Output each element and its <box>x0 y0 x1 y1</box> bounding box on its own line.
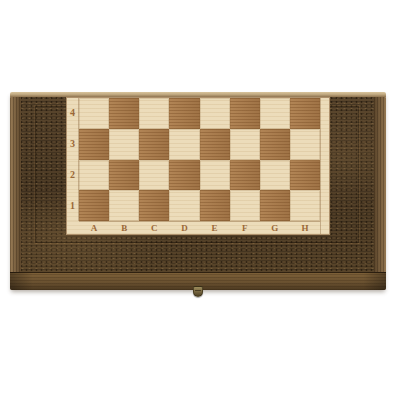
square-h4 <box>290 98 320 129</box>
square-c4 <box>139 98 169 129</box>
square-f1 <box>230 190 260 221</box>
square-e3 <box>200 129 230 160</box>
corner-cell-right <box>320 221 329 234</box>
border-cell-1 <box>320 190 329 221</box>
box-left-edge <box>10 96 21 290</box>
square-a1 <box>79 190 109 221</box>
square-g4 <box>260 98 290 129</box>
board-plaque: 4321ABCDEFGH <box>66 97 330 235</box>
square-c1 <box>139 190 169 221</box>
rank-label-2: 2 <box>67 160 79 191</box>
square-f2 <box>230 160 260 191</box>
file-label-g: G <box>260 221 290 234</box>
square-g2 <box>260 160 290 191</box>
square-d4 <box>169 98 199 129</box>
square-e1 <box>200 190 230 221</box>
box-fold-edge <box>10 92 386 97</box>
square-b4 <box>109 98 139 129</box>
square-g1 <box>260 190 290 221</box>
file-label-f: F <box>230 221 260 234</box>
brass-clasp <box>193 286 203 297</box>
border-cell-3 <box>320 129 329 160</box>
file-label-a: A <box>79 221 109 234</box>
square-a3 <box>79 129 109 160</box>
square-h1 <box>290 190 320 221</box>
square-b1 <box>109 190 139 221</box>
border-cell-4 <box>320 98 329 129</box>
border-cell-2 <box>320 160 329 191</box>
square-f3 <box>230 129 260 160</box>
square-d3 <box>169 129 199 160</box>
square-f4 <box>230 98 260 129</box>
file-label-d: D <box>169 221 199 234</box>
file-label-c: C <box>139 221 169 234</box>
square-g3 <box>260 129 290 160</box>
photo-background: 4321ABCDEFGH <box>0 0 398 398</box>
file-label-b: B <box>109 221 139 234</box>
square-h3 <box>290 129 320 160</box>
square-c3 <box>139 129 169 160</box>
square-b3 <box>109 129 139 160</box>
square-d1 <box>169 190 199 221</box>
rank-label-1: 1 <box>67 190 79 221</box>
square-h2 <box>290 160 320 191</box>
square-e2 <box>200 160 230 191</box>
chess-box: 4321ABCDEFGH <box>10 92 386 290</box>
square-a2 <box>79 160 109 191</box>
square-b2 <box>109 160 139 191</box>
box-right-edge <box>374 96 386 290</box>
file-label-e: E <box>200 221 230 234</box>
square-d2 <box>169 160 199 191</box>
corner-cell-left <box>67 221 79 234</box>
board-grid: 4321ABCDEFGH <box>67 98 329 234</box>
rank-label-4: 4 <box>67 98 79 129</box>
rank-label-3: 3 <box>67 129 79 160</box>
file-label-h: H <box>290 221 320 234</box>
square-c2 <box>139 160 169 191</box>
square-a4 <box>79 98 109 129</box>
square-e4 <box>200 98 230 129</box>
